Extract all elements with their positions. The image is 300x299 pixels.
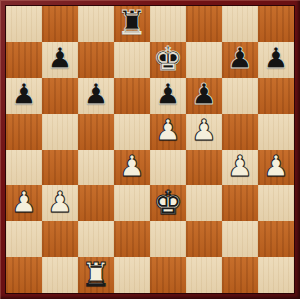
square-b8[interactable] [42,6,78,42]
square-e2[interactable] [150,221,186,257]
square-c8[interactable] [78,6,114,42]
square-g2[interactable] [222,221,258,257]
square-a6[interactable]: ♟ [6,78,42,114]
square-e7[interactable]: ♚ [150,42,186,78]
square-c1[interactable]: ♜ [78,257,114,293]
square-h2[interactable] [258,221,294,257]
square-h3[interactable] [258,185,294,221]
square-a8[interactable] [6,6,42,42]
square-d6[interactable] [114,78,150,114]
square-b2[interactable] [42,221,78,257]
white-pawn[interactable]: ♟ [47,188,73,217]
square-d3[interactable] [114,185,150,221]
square-d5[interactable] [114,114,150,150]
square-c2[interactable] [78,221,114,257]
square-e5[interactable]: ♟ [150,114,186,150]
square-e1[interactable] [150,257,186,293]
square-h7[interactable]: ♟ [258,42,294,78]
white-pawn[interactable]: ♟ [155,116,181,145]
square-b4[interactable] [42,150,78,186]
square-g4[interactable]: ♟ [222,150,258,186]
square-a3[interactable]: ♟ [6,185,42,221]
square-f7[interactable] [186,42,222,78]
square-h4[interactable]: ♟ [258,150,294,186]
square-b6[interactable] [42,78,78,114]
square-e6[interactable]: ♟ [150,78,186,114]
black-king[interactable]: ♚ [153,42,183,75]
black-rook[interactable]: ♜ [117,6,147,39]
black-pawn[interactable]: ♟ [191,80,217,109]
white-rook[interactable]: ♜ [81,258,111,291]
square-b1[interactable] [42,257,78,293]
black-pawn[interactable]: ♟ [227,44,253,73]
square-g8[interactable] [222,6,258,42]
square-e4[interactable] [150,150,186,186]
square-g3[interactable] [222,185,258,221]
square-e8[interactable] [150,6,186,42]
square-c4[interactable] [78,150,114,186]
white-pawn[interactable]: ♟ [119,152,145,181]
square-a2[interactable] [6,221,42,257]
chess-board: ♜♟♚♟♟♟♟♟♟♟♟♟♟♟♟♟♚♜ [6,6,294,293]
square-b7[interactable]: ♟ [42,42,78,78]
white-pawn[interactable]: ♟ [227,152,253,181]
square-b3[interactable]: ♟ [42,185,78,221]
square-a1[interactable] [6,257,42,293]
square-c3[interactable] [78,185,114,221]
square-g6[interactable] [222,78,258,114]
square-c7[interactable] [78,42,114,78]
square-g5[interactable] [222,114,258,150]
square-f2[interactable] [186,221,222,257]
square-c6[interactable]: ♟ [78,78,114,114]
black-pawn[interactable]: ♟ [155,80,181,109]
square-a5[interactable] [6,114,42,150]
black-pawn[interactable]: ♟ [11,80,37,109]
square-d7[interactable] [114,42,150,78]
black-pawn[interactable]: ♟ [263,44,289,73]
square-a4[interactable] [6,150,42,186]
square-h6[interactable] [258,78,294,114]
board-frame: ♜♟♚♟♟♟♟♟♟♟♟♟♟♟♟♟♚♜ [0,0,300,299]
square-h5[interactable] [258,114,294,150]
square-g7[interactable]: ♟ [222,42,258,78]
square-b5[interactable] [42,114,78,150]
black-pawn[interactable]: ♟ [47,44,73,73]
square-g1[interactable] [222,257,258,293]
black-pawn[interactable]: ♟ [83,80,109,109]
white-pawn[interactable]: ♟ [191,116,217,145]
square-a7[interactable] [6,42,42,78]
square-d4[interactable]: ♟ [114,150,150,186]
square-f8[interactable] [186,6,222,42]
white-king[interactable]: ♚ [153,186,183,219]
square-d2[interactable] [114,221,150,257]
square-d8[interactable]: ♜ [114,6,150,42]
square-f6[interactable]: ♟ [186,78,222,114]
square-c5[interactable] [78,114,114,150]
white-pawn[interactable]: ♟ [263,152,289,181]
white-pawn[interactable]: ♟ [11,188,37,217]
square-f3[interactable] [186,185,222,221]
square-h8[interactable] [258,6,294,42]
square-f4[interactable] [186,150,222,186]
square-f1[interactable] [186,257,222,293]
square-f5[interactable]: ♟ [186,114,222,150]
square-d1[interactable] [114,257,150,293]
square-h1[interactable] [258,257,294,293]
square-e3[interactable]: ♚ [150,185,186,221]
